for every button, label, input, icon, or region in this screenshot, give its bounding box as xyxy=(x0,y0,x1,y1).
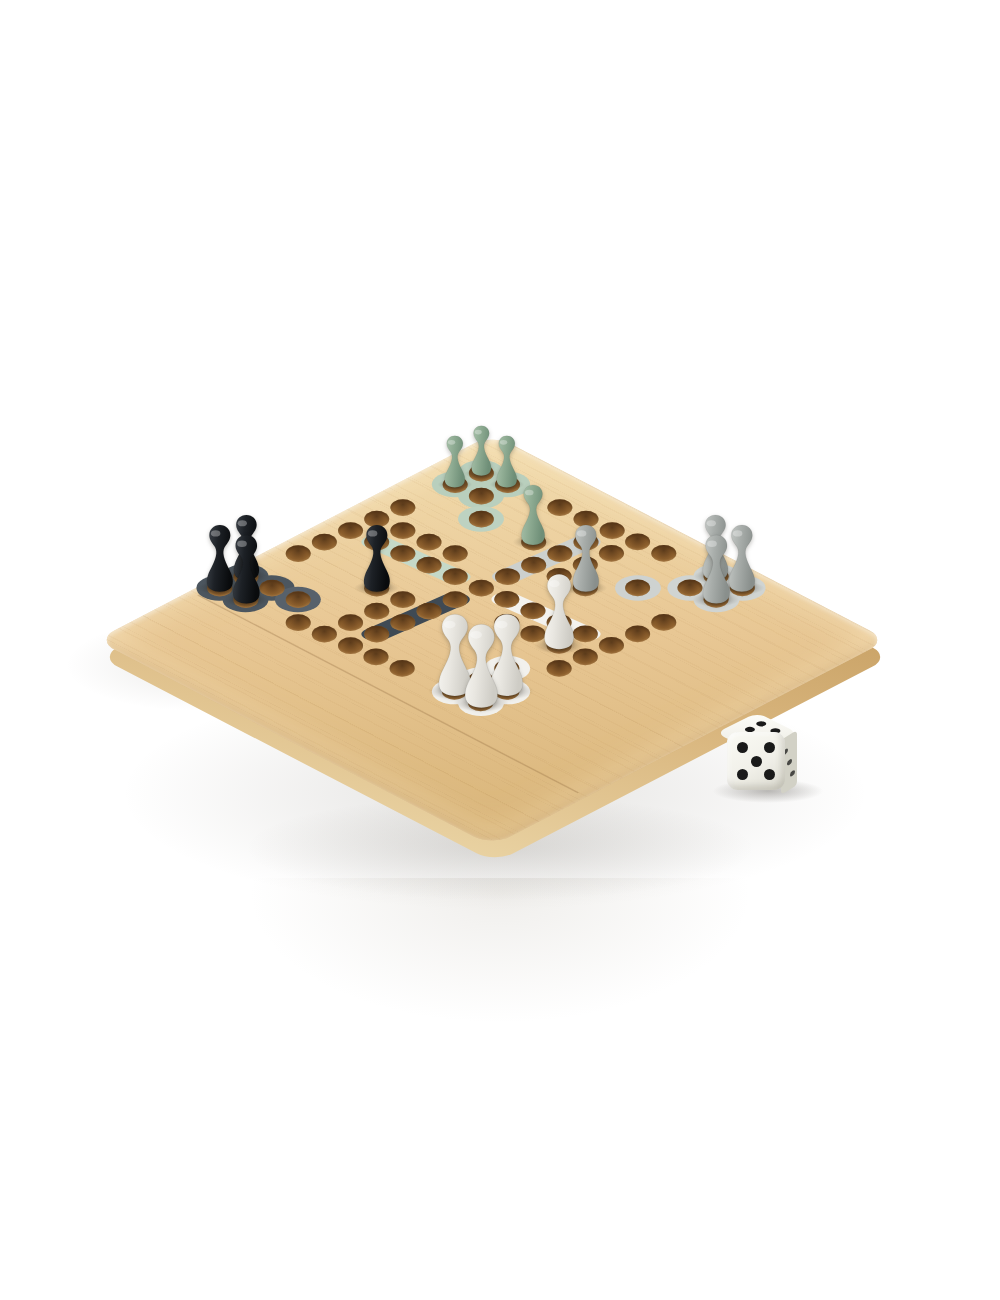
pieces-layer xyxy=(0,0,1000,1300)
die[interactable] xyxy=(724,702,820,802)
pawn-green[interactable] xyxy=(493,435,521,489)
pawn-green[interactable] xyxy=(517,484,549,546)
die-front-face xyxy=(727,732,785,790)
die-pip xyxy=(751,756,762,767)
die-pip xyxy=(754,720,768,727)
pawn-green[interactable] xyxy=(468,425,495,477)
die-pip xyxy=(790,769,795,777)
pawn-white[interactable] xyxy=(539,573,579,651)
pawn-black[interactable] xyxy=(359,524,395,593)
die-pip xyxy=(737,742,748,753)
pawn-green[interactable] xyxy=(441,435,469,489)
pawn-gray[interactable] xyxy=(698,534,735,605)
die-pip xyxy=(787,758,792,766)
die-pip xyxy=(737,769,748,780)
die-pip xyxy=(764,769,775,780)
pawn-black[interactable] xyxy=(228,534,265,605)
scene xyxy=(0,0,1000,1300)
die-pip xyxy=(764,742,775,753)
pawn-white[interactable] xyxy=(459,623,504,710)
